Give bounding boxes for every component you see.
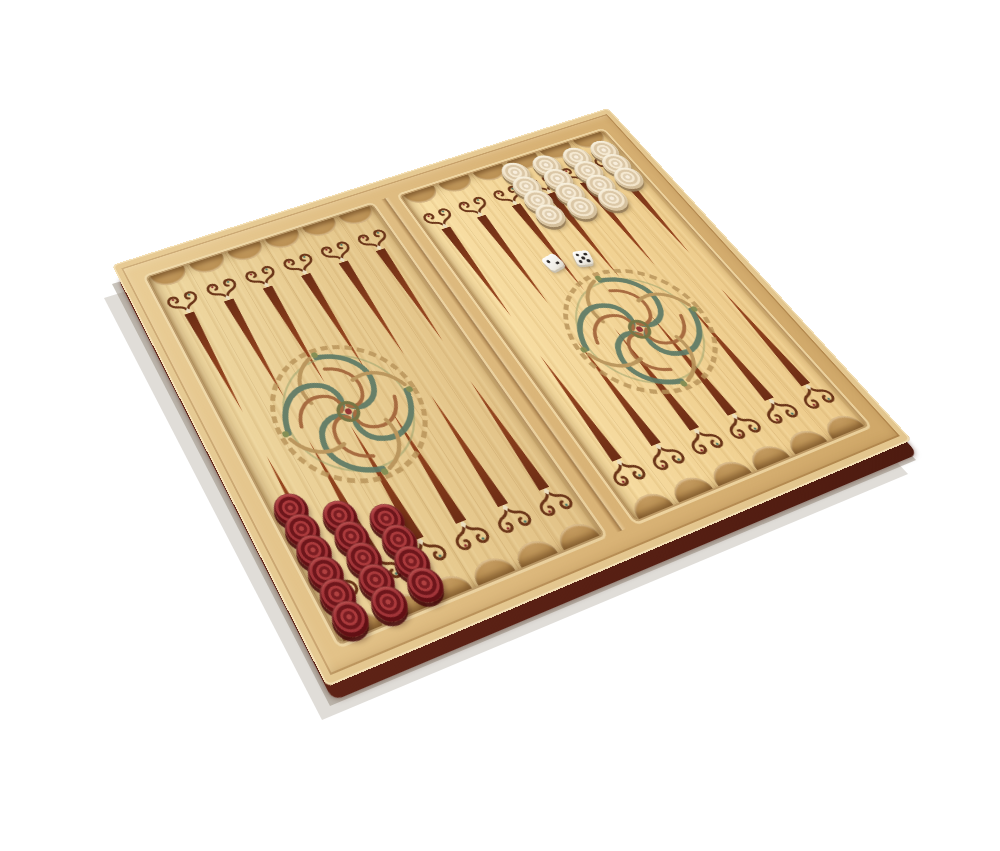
scallop-notch [667,473,713,503]
scallop-notch [467,553,515,586]
point-ornament [313,234,359,267]
scallop-notch [745,441,790,470]
point-ornament [415,201,460,233]
die-pip [581,256,586,259]
scallop-notch [706,457,752,486]
scallop-notch [627,489,673,520]
point [466,379,550,490]
point-ornament [199,270,245,305]
die[interactable] [540,253,565,272]
die-pip [583,253,588,256]
scallop-notch [819,411,864,439]
scallop-notch [510,535,558,567]
point-ornament [238,258,284,292]
ornamental-medallion [235,320,466,513]
scallop-notch [782,426,827,454]
point [442,227,516,319]
point-ornament [160,283,206,318]
point-ornament [450,190,495,221]
point-ornament [528,482,583,527]
die-pip [555,261,560,265]
die[interactable] [571,250,594,265]
point-ornament [350,222,395,255]
die-pip [586,259,591,262]
scallop-notch [552,519,599,551]
ornamental-medallion [525,246,758,420]
scene [0,0,1000,851]
die-pip [575,253,580,256]
point-ornament [444,515,499,562]
die-pip [578,260,583,263]
point-ornament [486,498,541,544]
point [184,312,248,414]
die-pip [546,260,551,264]
point-ornament [276,246,322,280]
